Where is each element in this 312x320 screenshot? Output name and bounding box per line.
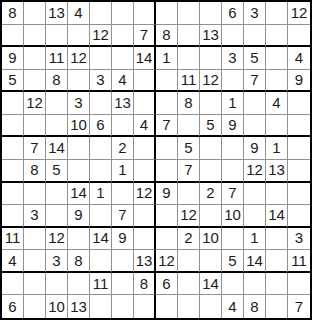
cell-r7c4[interactable]	[68, 137, 90, 160]
cell-r9c1[interactable]	[2, 183, 24, 206]
cell-r8c9[interactable]: 7	[178, 160, 200, 183]
cell-r3c5[interactable]	[90, 47, 112, 70]
cell-r7c6[interactable]: 2	[112, 137, 134, 160]
cell-r11c10[interactable]: 10	[200, 228, 222, 251]
cell-r14c6[interactable]	[112, 295, 134, 318]
cell-r4c9[interactable]: 11	[178, 70, 200, 93]
cell-r8c1[interactable]	[2, 160, 24, 183]
cell-r1c10[interactable]	[200, 2, 222, 25]
cell-r14c4[interactable]: 13	[68, 295, 90, 318]
cell-r2c4[interactable]	[68, 25, 90, 48]
cell-r4c3[interactable]: 8	[46, 70, 68, 93]
cell-r13c14[interactable]	[288, 273, 310, 296]
cell-r3c9[interactable]	[178, 47, 200, 70]
cell-r3c4[interactable]: 12	[68, 47, 90, 70]
cell-r2c8[interactable]: 8	[156, 25, 178, 48]
cell-r9c5[interactable]: 1	[90, 183, 112, 206]
cell-r12c8[interactable]: 12	[156, 250, 178, 273]
cell-r8c6[interactable]: 1	[112, 160, 134, 183]
cell-r1c6[interactable]	[112, 2, 134, 25]
cell-r9c9[interactable]	[178, 183, 200, 206]
cell-r14c14[interactable]: 7	[288, 295, 310, 318]
cell-r6c6[interactable]	[112, 115, 134, 138]
cell-r13c13[interactable]	[266, 273, 288, 296]
cell-r1c1[interactable]: 8	[2, 2, 24, 25]
cell-r13c7[interactable]: 8	[134, 273, 156, 296]
cell-r10c5[interactable]	[90, 205, 112, 228]
cell-r8c13[interactable]: 13	[266, 160, 288, 183]
cell-r4c6[interactable]: 4	[112, 70, 134, 93]
cell-r1c9[interactable]	[178, 2, 200, 25]
cell-r12c12[interactable]: 14	[244, 250, 266, 273]
cell-r5c14[interactable]	[288, 92, 310, 115]
cell-r3c2[interactable]	[24, 47, 46, 70]
cell-r12c4[interactable]: 8	[68, 250, 90, 273]
cell-r4c11[interactable]	[222, 70, 244, 93]
cell-r6c10[interactable]: 5	[200, 115, 222, 138]
cell-r10c12[interactable]	[244, 205, 266, 228]
cell-r5c6[interactable]: 13	[112, 92, 134, 115]
cell-r7c11[interactable]	[222, 137, 244, 160]
sudoku-board: 8134631212781391112141354583411127912313…	[0, 0, 312, 320]
cell-r8c12[interactable]: 12	[244, 160, 266, 183]
cell-r13c10[interactable]: 14	[200, 273, 222, 296]
cell-r12c13[interactable]	[266, 250, 288, 273]
cell-r3c1[interactable]: 9	[2, 47, 24, 70]
cell-r9c10[interactable]: 2	[200, 183, 222, 206]
cell-r14c7[interactable]	[134, 295, 156, 318]
cell-r7c14[interactable]	[288, 137, 310, 160]
cell-r5c1[interactable]	[2, 92, 24, 115]
cell-r8c11[interactable]	[222, 160, 244, 183]
cell-r2c11[interactable]	[222, 25, 244, 48]
cell-r10c3[interactable]	[46, 205, 68, 228]
cell-r2c14[interactable]	[288, 25, 310, 48]
cell-r13c4[interactable]	[68, 273, 90, 296]
cell-r6c1[interactable]	[2, 115, 24, 138]
cell-r6c11[interactable]: 9	[222, 115, 244, 138]
cell-r12c9[interactable]	[178, 250, 200, 273]
cell-r5c2[interactable]: 12	[24, 92, 46, 115]
cell-r9c8[interactable]: 9	[156, 183, 178, 206]
cell-r14c13[interactable]	[266, 295, 288, 318]
cell-r9c12[interactable]	[244, 183, 266, 206]
cell-r9c11[interactable]: 7	[222, 183, 244, 206]
cell-r8c14[interactable]	[288, 160, 310, 183]
cell-r2c7[interactable]: 7	[134, 25, 156, 48]
cell-r1c11[interactable]: 6	[222, 2, 244, 25]
cell-r11c6[interactable]: 9	[112, 228, 134, 251]
cell-r10c8[interactable]	[156, 205, 178, 228]
cell-r8c5[interactable]	[90, 160, 112, 183]
cell-r14c3[interactable]: 10	[46, 295, 68, 318]
cell-r9c14[interactable]	[288, 183, 310, 206]
cell-r10c4[interactable]: 9	[68, 205, 90, 228]
cell-r9c6[interactable]	[112, 183, 134, 206]
cell-r14c9[interactable]	[178, 295, 200, 318]
cell-r3c3[interactable]: 11	[46, 47, 68, 70]
cell-r11c11[interactable]	[222, 228, 244, 251]
cell-r5c10[interactable]	[200, 92, 222, 115]
cell-r9c4[interactable]: 14	[68, 183, 90, 206]
cell-r1c13[interactable]	[266, 2, 288, 25]
cell-r5c8[interactable]	[156, 92, 178, 115]
cell-r4c2[interactable]	[24, 70, 46, 93]
cell-r10c11[interactable]: 10	[222, 205, 244, 228]
cell-r3c12[interactable]: 5	[244, 47, 266, 70]
cell-r10c14[interactable]	[288, 205, 310, 228]
cell-r3c6[interactable]	[112, 47, 134, 70]
cell-r5c12[interactable]	[244, 92, 266, 115]
cell-r13c3[interactable]	[46, 273, 68, 296]
cell-r8c7[interactable]	[134, 160, 156, 183]
cell-r8c3[interactable]: 5	[46, 160, 68, 183]
cell-r12c7[interactable]: 13	[134, 250, 156, 273]
cell-r4c4[interactable]	[68, 70, 90, 93]
cell-r13c5[interactable]: 11	[90, 273, 112, 296]
cell-r6c7[interactable]: 4	[134, 115, 156, 138]
cell-r11c2[interactable]	[24, 228, 46, 251]
cell-r3c11[interactable]: 3	[222, 47, 244, 70]
cell-r6c4[interactable]: 10	[68, 115, 90, 138]
cell-r1c12[interactable]: 3	[244, 2, 266, 25]
cell-r8c8[interactable]	[156, 160, 178, 183]
cell-r2c5[interactable]: 12	[90, 25, 112, 48]
cell-r11c12[interactable]: 1	[244, 228, 266, 251]
cell-r2c3[interactable]	[46, 25, 68, 48]
cell-r2c1[interactable]	[2, 25, 24, 48]
cell-r4c14[interactable]: 9	[288, 70, 310, 93]
cell-r13c11[interactable]	[222, 273, 244, 296]
cell-r14c1[interactable]: 6	[2, 295, 24, 318]
cell-r1c14[interactable]: 12	[288, 2, 310, 25]
cell-r6c2[interactable]	[24, 115, 46, 138]
cell-r10c2[interactable]: 3	[24, 205, 46, 228]
cell-r4c10[interactable]: 12	[200, 70, 222, 93]
cell-r2c13[interactable]	[266, 25, 288, 48]
cell-r12c1[interactable]: 4	[2, 250, 24, 273]
cell-r11c8[interactable]	[156, 228, 178, 251]
cell-r4c7[interactable]	[134, 70, 156, 93]
cell-r14c2[interactable]	[24, 295, 46, 318]
cell-r9c13[interactable]	[266, 183, 288, 206]
cell-r14c8[interactable]	[156, 295, 178, 318]
cell-r8c4[interactable]	[68, 160, 90, 183]
cell-r5c4[interactable]: 3	[68, 92, 90, 115]
cell-r1c7[interactable]	[134, 2, 156, 25]
cell-r8c10[interactable]	[200, 160, 222, 183]
cell-r5c13[interactable]: 4	[266, 92, 288, 115]
cell-r4c1[interactable]: 5	[2, 70, 24, 93]
cell-r1c8[interactable]	[156, 2, 178, 25]
cell-r13c9[interactable]	[178, 273, 200, 296]
cell-r10c6[interactable]: 7	[112, 205, 134, 228]
cell-r7c3[interactable]: 14	[46, 137, 68, 160]
cell-r3c8[interactable]: 1	[156, 47, 178, 70]
cell-r6c9[interactable]	[178, 115, 200, 138]
cell-r10c10[interactable]	[200, 205, 222, 228]
cell-r7c9[interactable]: 5	[178, 137, 200, 160]
cell-r6c12[interactable]	[244, 115, 266, 138]
cell-r13c6[interactable]	[112, 273, 134, 296]
cell-r4c5[interactable]: 3	[90, 70, 112, 93]
cell-r6c14[interactable]	[288, 115, 310, 138]
cell-r5c5[interactable]	[90, 92, 112, 115]
cell-r10c13[interactable]: 14	[266, 205, 288, 228]
cell-r6c13[interactable]	[266, 115, 288, 138]
cell-r4c13[interactable]	[266, 70, 288, 93]
cell-r14c12[interactable]: 8	[244, 295, 266, 318]
cell-r12c6[interactable]	[112, 250, 134, 273]
cell-r12c10[interactable]	[200, 250, 222, 273]
cell-r7c8[interactable]	[156, 137, 178, 160]
cell-r14c10[interactable]	[200, 295, 222, 318]
cell-r13c12[interactable]	[244, 273, 266, 296]
cell-r10c7[interactable]	[134, 205, 156, 228]
cell-r7c10[interactable]	[200, 137, 222, 160]
cell-r11c9[interactable]: 2	[178, 228, 200, 251]
cell-r2c2[interactable]	[24, 25, 46, 48]
cell-r12c5[interactable]	[90, 250, 112, 273]
cell-r12c3[interactable]: 3	[46, 250, 68, 273]
cell-r1c5[interactable]	[90, 2, 112, 25]
cell-r6c5[interactable]: 6	[90, 115, 112, 138]
cell-r3c7[interactable]: 14	[134, 47, 156, 70]
cell-r11c3[interactable]: 12	[46, 228, 68, 251]
puzzle-page: 8134631212781391112141354583411127912313…	[0, 0, 312, 320]
cell-r11c7[interactable]	[134, 228, 156, 251]
cell-r2c12[interactable]	[244, 25, 266, 48]
cell-r10c9[interactable]: 12	[178, 205, 200, 228]
cell-r11c14[interactable]: 3	[288, 228, 310, 251]
cell-r7c1[interactable]	[2, 137, 24, 160]
cell-r3c13[interactable]	[266, 47, 288, 70]
cell-r3c14[interactable]: 4	[288, 47, 310, 70]
cell-r1c4[interactable]: 4	[68, 2, 90, 25]
cell-r5c11[interactable]: 1	[222, 92, 244, 115]
cell-r4c12[interactable]: 7	[244, 70, 266, 93]
cell-r6c8[interactable]: 7	[156, 115, 178, 138]
cell-r11c4[interactable]	[68, 228, 90, 251]
cell-r1c2[interactable]	[24, 2, 46, 25]
cell-r13c2[interactable]	[24, 273, 46, 296]
cell-r12c2[interactable]	[24, 250, 46, 273]
cell-r9c2[interactable]	[24, 183, 46, 206]
cell-r13c1[interactable]	[2, 273, 24, 296]
cell-r9c3[interactable]	[46, 183, 68, 206]
cell-r5c7[interactable]	[134, 92, 156, 115]
cell-r11c13[interactable]	[266, 228, 288, 251]
cell-r4c8[interactable]	[156, 70, 178, 93]
cell-r7c13[interactable]: 1	[266, 137, 288, 160]
cell-r12c11[interactable]: 5	[222, 250, 244, 273]
cell-r1c3[interactable]: 13	[46, 2, 68, 25]
cell-r11c5[interactable]: 14	[90, 228, 112, 251]
cell-r7c2[interactable]: 7	[24, 137, 46, 160]
cell-r14c5[interactable]	[90, 295, 112, 318]
cell-r9c7[interactable]: 12	[134, 183, 156, 206]
cell-r8c2[interactable]: 8	[24, 160, 46, 183]
cell-r10c1[interactable]	[2, 205, 24, 228]
cell-r2c6[interactable]	[112, 25, 134, 48]
cell-r14c11[interactable]: 4	[222, 295, 244, 318]
cell-r12c14[interactable]: 11	[288, 250, 310, 273]
cell-r3c10[interactable]	[200, 47, 222, 70]
cell-r7c5[interactable]	[90, 137, 112, 160]
cell-r2c10[interactable]: 13	[200, 25, 222, 48]
cell-r6c3[interactable]	[46, 115, 68, 138]
cell-r13c8[interactable]: 6	[156, 273, 178, 296]
cell-r2c9[interactable]	[178, 25, 200, 48]
cell-r11c1[interactable]: 11	[2, 228, 24, 251]
cell-r5c3[interactable]	[46, 92, 68, 115]
cell-r5c9[interactable]: 8	[178, 92, 200, 115]
cell-r7c7[interactable]	[134, 137, 156, 160]
cell-r7c12[interactable]: 9	[244, 137, 266, 160]
